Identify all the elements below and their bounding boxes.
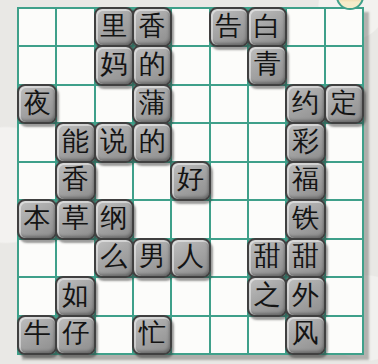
tile-character: 香 bbox=[139, 13, 166, 40]
board-cell bbox=[19, 124, 55, 160]
board-cell: 之 bbox=[249, 278, 285, 314]
board-cell: 牛 bbox=[19, 317, 55, 353]
board-cell bbox=[249, 86, 285, 122]
board-cell: 蒲 bbox=[134, 86, 170, 122]
board-cell bbox=[287, 47, 323, 83]
board-cell bbox=[19, 47, 55, 83]
tile-character: 夜 bbox=[24, 90, 51, 117]
board-cell: 甜 bbox=[287, 240, 323, 276]
character-tile[interactable]: 青 bbox=[247, 45, 287, 85]
tile-character: 纲 bbox=[100, 205, 127, 232]
board-cell bbox=[57, 9, 93, 45]
board-cell: 香 bbox=[57, 163, 93, 199]
board-cell bbox=[19, 163, 55, 199]
tile-character: 定 bbox=[330, 90, 357, 117]
board-cell bbox=[211, 163, 247, 199]
character-tile[interactable]: 铁 bbox=[285, 199, 325, 239]
board-cell bbox=[19, 278, 55, 314]
tile-character: 人 bbox=[177, 243, 204, 270]
tile-character: 铁 bbox=[292, 205, 319, 232]
board-cell bbox=[96, 317, 132, 353]
character-tile[interactable]: 么 bbox=[94, 238, 134, 278]
board-cell bbox=[249, 163, 285, 199]
character-tile[interactable]: 能 bbox=[55, 122, 95, 162]
board-cell bbox=[326, 240, 362, 276]
board-cell: 青 bbox=[249, 47, 285, 83]
board-cell bbox=[287, 9, 323, 45]
board-cell: 妈 bbox=[96, 47, 132, 83]
board-cell: 夜 bbox=[19, 86, 55, 122]
board-cell bbox=[134, 278, 170, 314]
board-cell: 外 bbox=[287, 278, 323, 314]
character-tile[interactable]: 福 bbox=[285, 161, 325, 201]
board-cell: 仔 bbox=[57, 317, 93, 353]
tile-character: 好 bbox=[177, 166, 204, 193]
tile-character: 青 bbox=[254, 51, 281, 78]
character-tile[interactable]: 甜 bbox=[285, 238, 325, 278]
tile-character: 的 bbox=[139, 51, 166, 78]
tile-character: 甜 bbox=[292, 243, 319, 270]
board-cell: 彩 bbox=[287, 124, 323, 160]
board-cell: 甜 bbox=[249, 240, 285, 276]
tile-character: 如 bbox=[62, 282, 89, 309]
character-tile[interactable]: 纲 bbox=[94, 199, 134, 239]
board-cell bbox=[134, 201, 170, 237]
board-cell: 福 bbox=[287, 163, 323, 199]
tile-character: 白 bbox=[254, 13, 281, 40]
board-cell bbox=[172, 124, 208, 160]
character-tile[interactable]: 约 bbox=[285, 84, 325, 124]
board-cell: 告 bbox=[211, 9, 247, 45]
tile-character: 风 bbox=[292, 320, 319, 347]
board-cell bbox=[172, 278, 208, 314]
board-cell: 本 bbox=[19, 201, 55, 237]
tile-character: 约 bbox=[292, 90, 319, 117]
board-cell: 如 bbox=[57, 278, 93, 314]
board-cell: 草 bbox=[57, 201, 93, 237]
board-cell: 定 bbox=[326, 86, 362, 122]
character-tile[interactable]: 外 bbox=[285, 276, 325, 316]
board-cell: 白 bbox=[249, 9, 285, 45]
board-cell bbox=[134, 163, 170, 199]
character-tile[interactable]: 蒲 bbox=[132, 84, 172, 124]
board-cell bbox=[249, 201, 285, 237]
board-cell bbox=[326, 124, 362, 160]
board-cell: 男 bbox=[134, 240, 170, 276]
board-cell bbox=[172, 317, 208, 353]
tile-character: 外 bbox=[292, 282, 319, 309]
character-tile[interactable]: 之 bbox=[247, 276, 287, 316]
board-cell: 约 bbox=[287, 86, 323, 122]
tile-character: 的 bbox=[139, 128, 166, 155]
board-cell bbox=[96, 86, 132, 122]
board-cell: 的 bbox=[134, 124, 170, 160]
board-cell: 风 bbox=[287, 317, 323, 353]
board-cell bbox=[172, 9, 208, 45]
character-tile[interactable]: 说 bbox=[94, 122, 134, 162]
character-tile[interactable]: 妈 bbox=[94, 45, 134, 85]
board-cell bbox=[249, 124, 285, 160]
board-cell bbox=[326, 278, 362, 314]
character-tile[interactable]: 人 bbox=[170, 238, 210, 278]
board-cell: 能 bbox=[57, 124, 93, 160]
board-cell: 人 bbox=[172, 240, 208, 276]
tile-character: 忙 bbox=[139, 320, 166, 347]
puzzle-screen: { "game": "chinese-character-crossword-p… bbox=[0, 0, 378, 364]
board-cell bbox=[172, 47, 208, 83]
character-tile[interactable]: 的 bbox=[132, 122, 172, 162]
board-cell bbox=[19, 9, 55, 45]
tile-character: 告 bbox=[215, 13, 242, 40]
board-cell bbox=[57, 240, 93, 276]
character-tile[interactable]: 定 bbox=[324, 84, 364, 124]
board-cell bbox=[211, 240, 247, 276]
board-cell bbox=[211, 47, 247, 83]
board-cell bbox=[96, 163, 132, 199]
character-tile[interactable]: 告 bbox=[209, 7, 249, 47]
tile-character: 能 bbox=[62, 128, 89, 155]
character-tile[interactable]: 彩 bbox=[285, 122, 325, 162]
puzzle-board: 里香告白妈的青夜蒲约定能说的彩香好福本草纲铁么男人甜甜如之外牛仔忙风 bbox=[17, 7, 364, 355]
board-cell bbox=[96, 278, 132, 314]
character-tile[interactable]: 草 bbox=[55, 199, 95, 239]
character-tile[interactable]: 男 bbox=[132, 238, 172, 278]
board-cell: 的 bbox=[134, 47, 170, 83]
board-cell bbox=[172, 86, 208, 122]
tile-character: 福 bbox=[292, 166, 319, 193]
tile-character: 蒲 bbox=[139, 90, 166, 117]
character-tile[interactable]: 牛 bbox=[17, 315, 57, 355]
board-cell bbox=[326, 9, 362, 45]
board-cell bbox=[19, 240, 55, 276]
tile-character: 说 bbox=[100, 128, 127, 155]
tile-character: 男 bbox=[139, 243, 166, 270]
board-cell bbox=[326, 47, 362, 83]
board-cell bbox=[57, 47, 93, 83]
board-cell bbox=[211, 86, 247, 122]
board-cell: 说 bbox=[96, 124, 132, 160]
character-tile[interactable]: 香 bbox=[132, 7, 172, 47]
character-tile[interactable]: 香 bbox=[55, 161, 95, 201]
board-cell bbox=[211, 278, 247, 314]
character-tile[interactable]: 白 bbox=[247, 7, 287, 47]
board-cell bbox=[326, 201, 362, 237]
board-cell: 里 bbox=[96, 9, 132, 45]
character-tile[interactable]: 里 bbox=[94, 7, 134, 47]
character-tile[interactable]: 甜 bbox=[247, 238, 287, 278]
tile-character: 妈 bbox=[100, 51, 127, 78]
board-cell bbox=[211, 317, 247, 353]
tile-character: 甜 bbox=[254, 243, 281, 270]
character-tile[interactable]: 好 bbox=[170, 161, 210, 201]
board-cell: 忙 bbox=[134, 317, 170, 353]
board-cell: 香 bbox=[134, 9, 170, 45]
character-tile[interactable]: 风 bbox=[285, 315, 325, 355]
character-tile[interactable]: 忙 bbox=[132, 315, 172, 355]
board-cell: 么 bbox=[96, 240, 132, 276]
board-cell bbox=[249, 317, 285, 353]
board-cell bbox=[326, 163, 362, 199]
board-cell bbox=[326, 317, 362, 353]
board-cell bbox=[211, 201, 247, 237]
tile-character: 草 bbox=[62, 205, 89, 232]
character-tile[interactable]: 如 bbox=[55, 276, 95, 316]
character-tile[interactable]: 仔 bbox=[55, 315, 95, 355]
board-cell bbox=[211, 124, 247, 160]
character-tile[interactable]: 夜 bbox=[17, 84, 57, 124]
board-cell: 铁 bbox=[287, 201, 323, 237]
character-tile[interactable]: 本 bbox=[17, 199, 57, 239]
tile-character: 本 bbox=[24, 205, 51, 232]
tile-character: 之 bbox=[254, 282, 281, 309]
tile-character: 么 bbox=[100, 243, 127, 270]
tile-character: 里 bbox=[100, 13, 127, 40]
tile-character: 仔 bbox=[62, 320, 89, 347]
board-cell: 纲 bbox=[96, 201, 132, 237]
tile-character: 牛 bbox=[24, 320, 51, 347]
board-cell: 好 bbox=[172, 163, 208, 199]
tile-character: 彩 bbox=[292, 128, 319, 155]
board-cell bbox=[57, 86, 93, 122]
tile-character: 香 bbox=[62, 166, 89, 193]
character-tile[interactable]: 的 bbox=[132, 45, 172, 85]
board-cell bbox=[172, 201, 208, 237]
